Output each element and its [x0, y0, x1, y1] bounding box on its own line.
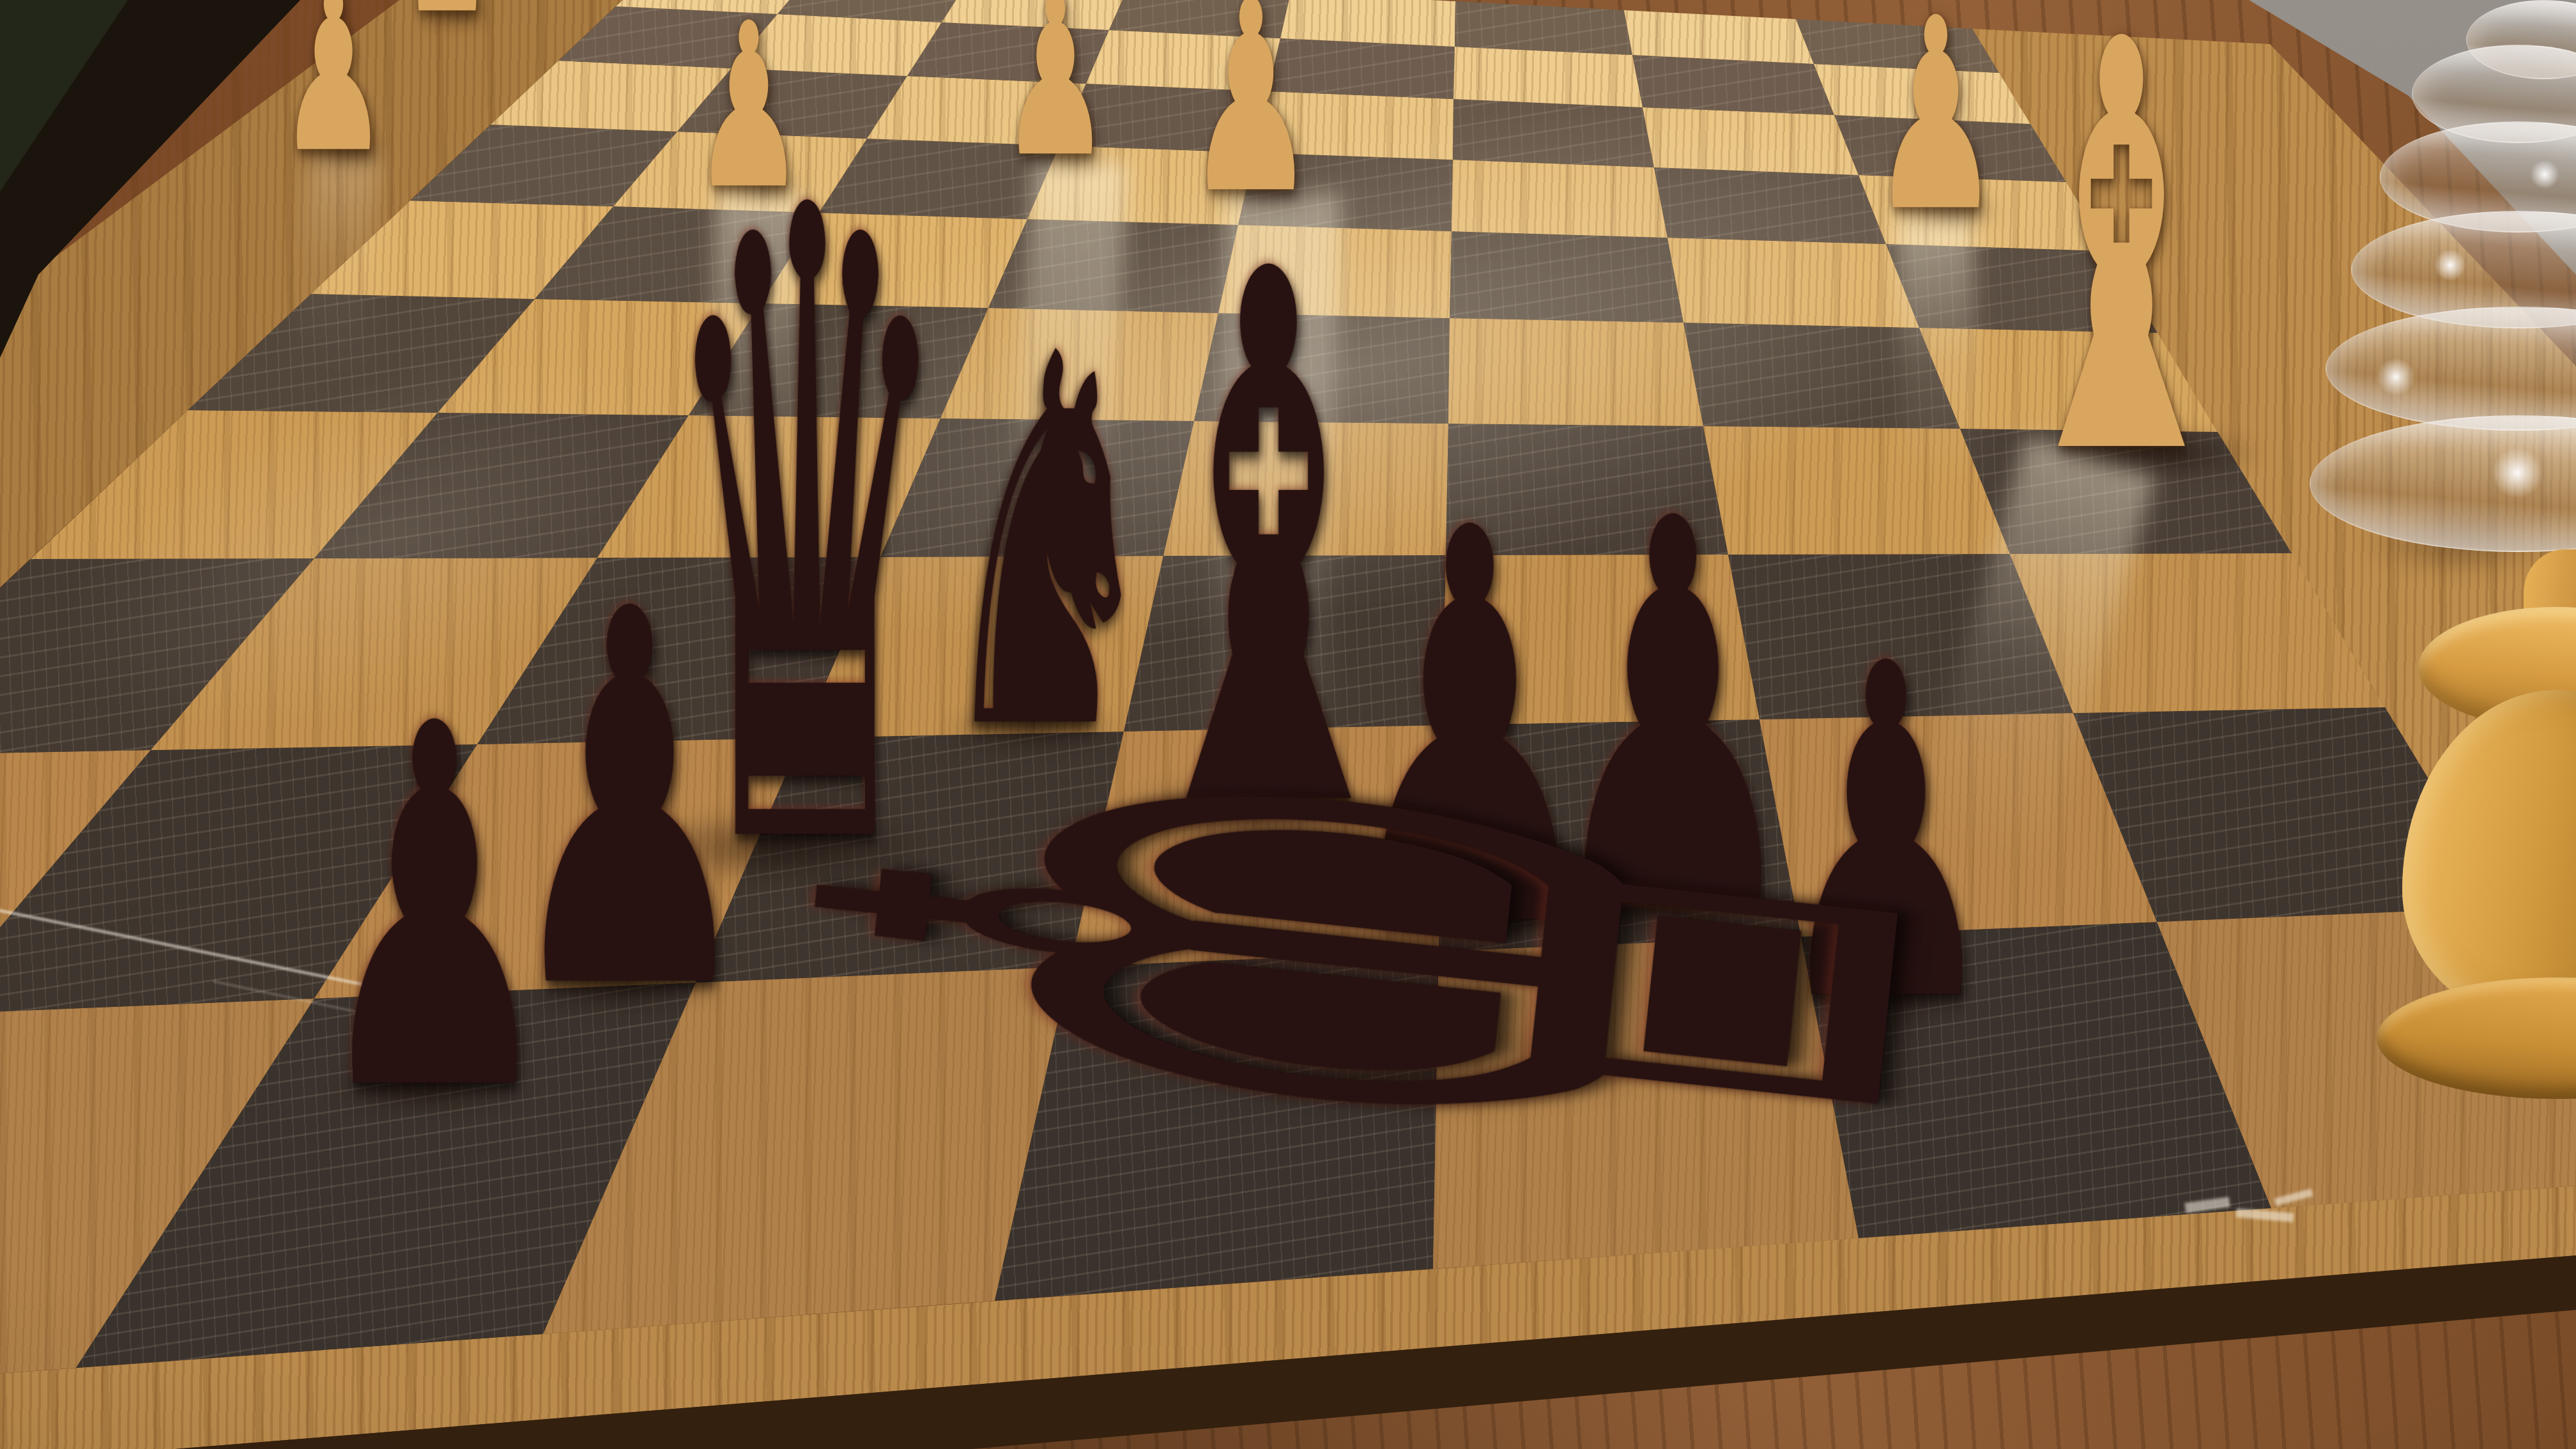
vignette [0, 0, 2576, 1449]
chessboard-photo-scene: ♟♟♟♟♟♟♝♛♞♝♟♟♟♟♟♚ [0, 0, 2576, 1449]
